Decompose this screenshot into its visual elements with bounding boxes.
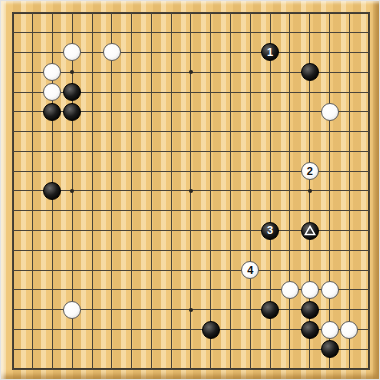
board-intersection[interactable]	[122, 62, 142, 82]
board-intersection[interactable]	[260, 161, 280, 181]
board-intersection[interactable]	[260, 62, 280, 82]
board-intersection[interactable]	[43, 43, 63, 63]
board-intersection[interactable]	[300, 359, 320, 379]
board-intersection[interactable]	[320, 260, 340, 280]
board-intersection[interactable]	[300, 142, 320, 162]
board-intersection[interactable]	[339, 142, 359, 162]
board-intersection[interactable]	[320, 320, 340, 340]
board-intersection[interactable]	[102, 3, 122, 23]
board-intersection[interactable]	[320, 300, 340, 320]
board-intersection[interactable]	[359, 23, 379, 43]
black-stone[interactable]	[261, 301, 279, 319]
board-intersection[interactable]	[43, 221, 63, 241]
board-intersection[interactable]: 2	[300, 161, 320, 181]
board-intersection[interactable]	[122, 260, 142, 280]
board-intersection[interactable]	[82, 62, 102, 82]
board-intersection[interactable]	[3, 43, 23, 63]
board-intersection[interactable]	[280, 82, 300, 102]
board-intersection[interactable]	[339, 320, 359, 340]
board-intersection[interactable]	[62, 102, 82, 122]
board-intersection[interactable]	[339, 280, 359, 300]
board-intersection[interactable]	[122, 320, 142, 340]
board-intersection[interactable]	[260, 142, 280, 162]
board-intersection[interactable]	[260, 122, 280, 142]
board-intersection[interactable]	[221, 240, 241, 260]
board-intersection[interactable]	[142, 102, 162, 122]
board-intersection[interactable]	[142, 43, 162, 63]
board-intersection[interactable]	[3, 320, 23, 340]
board-intersection[interactable]	[102, 122, 122, 142]
board-intersection[interactable]	[62, 320, 82, 340]
board-intersection[interactable]	[122, 142, 142, 162]
board-intersection[interactable]	[161, 23, 181, 43]
board-intersection[interactable]	[102, 82, 122, 102]
board-intersection[interactable]	[221, 82, 241, 102]
board-intersection[interactable]	[142, 142, 162, 162]
board-intersection[interactable]	[102, 142, 122, 162]
board-intersection[interactable]	[339, 240, 359, 260]
board-intersection[interactable]	[82, 320, 102, 340]
board-intersection[interactable]	[280, 260, 300, 280]
board-intersection[interactable]	[62, 359, 82, 379]
board-intersection[interactable]	[221, 161, 241, 181]
board-intersection[interactable]	[339, 300, 359, 320]
board-intersection[interactable]	[260, 3, 280, 23]
board-intersection[interactable]	[43, 300, 63, 320]
board-intersection[interactable]	[82, 280, 102, 300]
board-intersection[interactable]	[201, 43, 221, 63]
board-intersection[interactable]	[161, 201, 181, 221]
board-intersection[interactable]	[82, 201, 102, 221]
board-intersection[interactable]	[23, 122, 43, 142]
board-intersection[interactable]	[161, 122, 181, 142]
board-intersection[interactable]	[280, 339, 300, 359]
board-intersection[interactable]	[142, 82, 162, 102]
board-intersection[interactable]	[23, 161, 43, 181]
board-intersection[interactable]	[161, 280, 181, 300]
board-intersection[interactable]	[23, 82, 43, 102]
board-intersection[interactable]	[260, 300, 280, 320]
board-intersection[interactable]	[62, 142, 82, 162]
board-intersection[interactable]	[221, 23, 241, 43]
board-intersection[interactable]	[82, 359, 102, 379]
black-stone[interactable]	[301, 222, 319, 240]
board-intersection[interactable]	[122, 102, 142, 122]
board-intersection[interactable]	[181, 221, 201, 241]
board-intersection[interactable]	[102, 161, 122, 181]
board-intersection[interactable]	[62, 260, 82, 280]
board-intersection[interactable]	[300, 300, 320, 320]
board-intersection[interactable]	[221, 201, 241, 221]
board-intersection[interactable]	[43, 161, 63, 181]
white-stone[interactable]	[281, 281, 299, 299]
board-intersection[interactable]	[280, 122, 300, 142]
board-intersection[interactable]	[320, 43, 340, 63]
board-intersection[interactable]	[320, 82, 340, 102]
board-intersection[interactable]	[300, 122, 320, 142]
board-intersection[interactable]	[201, 260, 221, 280]
board-intersection[interactable]	[3, 102, 23, 122]
board-intersection[interactable]	[82, 43, 102, 63]
board-intersection[interactable]	[3, 201, 23, 221]
board-intersection[interactable]	[320, 181, 340, 201]
board-intersection[interactable]	[320, 201, 340, 221]
board-intersection[interactable]	[62, 240, 82, 260]
white-stone[interactable]	[301, 281, 319, 299]
white-stone[interactable]	[63, 301, 81, 319]
board-intersection[interactable]	[181, 359, 201, 379]
board-intersection[interactable]	[280, 62, 300, 82]
board-intersection[interactable]	[359, 201, 379, 221]
board-intersection[interactable]	[221, 3, 241, 23]
board-intersection[interactable]	[359, 3, 379, 23]
board-intersection[interactable]	[339, 23, 359, 43]
board-intersection[interactable]	[320, 102, 340, 122]
board-intersection[interactable]	[280, 161, 300, 181]
board-intersection[interactable]	[359, 280, 379, 300]
board-intersection[interactable]	[3, 82, 23, 102]
board-intersection[interactable]	[320, 62, 340, 82]
board-intersection[interactable]	[320, 3, 340, 23]
board-intersection[interactable]	[142, 260, 162, 280]
board-intersection[interactable]	[240, 102, 260, 122]
board-intersection[interactable]	[300, 320, 320, 340]
board-intersection[interactable]	[142, 23, 162, 43]
board-intersection[interactable]	[3, 142, 23, 162]
board-intersection[interactable]	[280, 240, 300, 260]
board-intersection[interactable]	[339, 102, 359, 122]
board-intersection[interactable]	[260, 102, 280, 122]
board-intersection[interactable]	[240, 280, 260, 300]
board-intersection[interactable]	[122, 221, 142, 241]
board-intersection[interactable]	[221, 181, 241, 201]
board-intersection[interactable]	[161, 3, 181, 23]
board-intersection[interactable]	[142, 300, 162, 320]
board-intersection[interactable]	[300, 260, 320, 280]
board-intersection[interactable]	[359, 359, 379, 379]
board-intersection[interactable]	[280, 221, 300, 241]
board-intersection[interactable]	[240, 3, 260, 23]
board-intersection[interactable]	[161, 102, 181, 122]
board-intersection[interactable]	[181, 260, 201, 280]
board-intersection[interactable]	[102, 300, 122, 320]
board-intersection[interactable]	[23, 320, 43, 340]
board-intersection[interactable]	[339, 260, 359, 280]
board-intersection[interactable]	[221, 142, 241, 162]
black-stone[interactable]	[43, 182, 61, 200]
board-intersection[interactable]	[240, 359, 260, 379]
board-intersection[interactable]	[201, 201, 221, 221]
board-intersection[interactable]	[142, 181, 162, 201]
board-intersection[interactable]	[43, 62, 63, 82]
board-intersection[interactable]	[260, 82, 280, 102]
board-intersection[interactable]	[82, 23, 102, 43]
board-intersection[interactable]	[43, 320, 63, 340]
board-intersection[interactable]	[181, 201, 201, 221]
board-intersection[interactable]	[359, 221, 379, 241]
board-intersection[interactable]	[221, 320, 241, 340]
board-intersection[interactable]	[359, 300, 379, 320]
board-intersection[interactable]	[62, 339, 82, 359]
board-intersection[interactable]	[240, 201, 260, 221]
board-intersection[interactable]	[339, 359, 359, 379]
board-intersection[interactable]	[359, 240, 379, 260]
board-intersection[interactable]	[221, 359, 241, 379]
board-intersection[interactable]	[161, 181, 181, 201]
board-intersection[interactable]	[300, 339, 320, 359]
board-intersection[interactable]	[3, 359, 23, 379]
board-intersection[interactable]	[82, 240, 102, 260]
board-intersection[interactable]	[82, 300, 102, 320]
board-intersection[interactable]	[23, 280, 43, 300]
board-intersection[interactable]	[142, 122, 162, 142]
white-stone[interactable]: 2	[301, 162, 319, 180]
board-intersection[interactable]	[161, 161, 181, 181]
board-intersection[interactable]	[339, 339, 359, 359]
black-stone[interactable]	[63, 103, 81, 121]
board-intersection[interactable]	[23, 221, 43, 241]
board-intersection[interactable]	[23, 62, 43, 82]
board-intersection[interactable]	[280, 23, 300, 43]
board-intersection[interactable]	[43, 359, 63, 379]
board-intersection[interactable]	[221, 300, 241, 320]
board-intersection[interactable]	[102, 62, 122, 82]
board-intersection[interactable]	[102, 339, 122, 359]
board-intersection[interactable]	[62, 221, 82, 241]
board-intersection[interactable]	[82, 339, 102, 359]
board-intersection[interactable]	[82, 82, 102, 102]
board-intersection[interactable]	[181, 122, 201, 142]
board-intersection[interactable]	[221, 260, 241, 280]
board-intersection[interactable]	[43, 102, 63, 122]
board-intersection[interactable]	[122, 122, 142, 142]
board-intersection[interactable]	[43, 201, 63, 221]
black-stone[interactable]	[202, 321, 220, 339]
board-intersection[interactable]	[201, 142, 221, 162]
board-intersection[interactable]	[23, 300, 43, 320]
board-intersection[interactable]	[240, 181, 260, 201]
board-intersection[interactable]	[339, 43, 359, 63]
board-intersection[interactable]	[142, 359, 162, 379]
board-intersection[interactable]	[240, 142, 260, 162]
board-intersection[interactable]	[221, 122, 241, 142]
board-intersection[interactable]	[142, 320, 162, 340]
black-stone[interactable]	[301, 321, 319, 339]
board-intersection[interactable]	[221, 43, 241, 63]
board-intersection[interactable]	[102, 221, 122, 241]
board-intersection[interactable]	[62, 201, 82, 221]
board-intersection[interactable]	[300, 43, 320, 63]
board-intersection[interactable]	[359, 260, 379, 280]
board-intersection[interactable]	[320, 221, 340, 241]
board-intersection[interactable]	[320, 359, 340, 379]
board-intersection[interactable]	[300, 102, 320, 122]
board-intersection[interactable]	[359, 320, 379, 340]
board-intersection[interactable]	[3, 23, 23, 43]
board-intersection[interactable]	[280, 300, 300, 320]
black-stone[interactable]	[321, 340, 339, 358]
board-intersection[interactable]	[43, 181, 63, 201]
board-intersection[interactable]	[82, 102, 102, 122]
board-intersection[interactable]	[260, 260, 280, 280]
board-intersection[interactable]	[43, 82, 63, 102]
white-stone[interactable]: 4	[241, 261, 259, 279]
board-intersection[interactable]: 1	[260, 43, 280, 63]
board-intersection[interactable]	[280, 3, 300, 23]
board-intersection[interactable]	[201, 320, 221, 340]
black-stone[interactable]	[301, 63, 319, 81]
board-intersection[interactable]	[181, 280, 201, 300]
black-stone[interactable]: 1	[261, 43, 279, 61]
board-intersection[interactable]	[201, 62, 221, 82]
board-intersection[interactable]	[3, 300, 23, 320]
board-intersection[interactable]	[161, 260, 181, 280]
board-intersection[interactable]	[3, 240, 23, 260]
board-intersection[interactable]	[142, 201, 162, 221]
board-intersection[interactable]	[3, 181, 23, 201]
board-intersection[interactable]	[260, 280, 280, 300]
board-intersection[interactable]	[43, 260, 63, 280]
board-intersection[interactable]	[359, 62, 379, 82]
board-intersection[interactable]	[359, 181, 379, 201]
board-intersection[interactable]	[102, 102, 122, 122]
board-intersection[interactable]	[122, 339, 142, 359]
board-intersection[interactable]	[201, 300, 221, 320]
board-intersection[interactable]	[181, 240, 201, 260]
board-intersection[interactable]	[240, 122, 260, 142]
board-intersection[interactable]	[320, 161, 340, 181]
board-intersection[interactable]	[23, 23, 43, 43]
board-intersection[interactable]	[102, 23, 122, 43]
black-stone[interactable]	[63, 83, 81, 101]
board-intersection[interactable]	[3, 3, 23, 23]
board-intersection[interactable]	[280, 280, 300, 300]
board-intersection[interactable]	[43, 142, 63, 162]
board-intersection[interactable]	[122, 240, 142, 260]
board-intersection[interactable]	[320, 122, 340, 142]
white-stone[interactable]	[103, 43, 121, 61]
board-intersection[interactable]	[300, 23, 320, 43]
board-intersection[interactable]	[240, 62, 260, 82]
board-intersection[interactable]	[300, 280, 320, 300]
board-intersection[interactable]	[181, 3, 201, 23]
board-intersection[interactable]	[280, 102, 300, 122]
board-intersection[interactable]	[142, 339, 162, 359]
board-intersection[interactable]	[122, 181, 142, 201]
board-intersection[interactable]	[221, 62, 241, 82]
board-intersection[interactable]	[280, 320, 300, 340]
board-intersection[interactable]	[339, 82, 359, 102]
board-intersection[interactable]	[142, 62, 162, 82]
board-intersection[interactable]	[3, 161, 23, 181]
board-intersection[interactable]	[62, 62, 82, 82]
board-intersection[interactable]	[23, 359, 43, 379]
board-intersection[interactable]	[122, 359, 142, 379]
board-intersection[interactable]	[102, 320, 122, 340]
board-intersection[interactable]	[161, 43, 181, 63]
board-intersection[interactable]	[3, 122, 23, 142]
white-stone[interactable]	[43, 63, 61, 81]
white-stone[interactable]	[340, 321, 358, 339]
board-intersection[interactable]	[260, 23, 280, 43]
board-intersection[interactable]	[82, 181, 102, 201]
board-intersection[interactable]	[23, 240, 43, 260]
board-intersection[interactable]	[260, 320, 280, 340]
board-intersection[interactable]	[359, 43, 379, 63]
board-intersection[interactable]	[339, 201, 359, 221]
board-intersection[interactable]	[320, 280, 340, 300]
board-intersection[interactable]	[122, 82, 142, 102]
board-intersection[interactable]	[320, 240, 340, 260]
board-intersection[interactable]	[201, 3, 221, 23]
board-intersection[interactable]	[102, 240, 122, 260]
board-intersection[interactable]	[142, 3, 162, 23]
board-intersection[interactable]	[43, 122, 63, 142]
board-intersection[interactable]	[201, 23, 221, 43]
board-intersection[interactable]	[23, 201, 43, 221]
board-intersection[interactable]	[240, 240, 260, 260]
board-intersection[interactable]	[240, 43, 260, 63]
board-intersection[interactable]	[240, 161, 260, 181]
board-intersection[interactable]	[102, 359, 122, 379]
board-intersection[interactable]	[23, 3, 43, 23]
board-intersection[interactable]	[161, 142, 181, 162]
board-intersection[interactable]	[359, 122, 379, 142]
board-intersection[interactable]	[201, 181, 221, 201]
board-intersection[interactable]	[320, 339, 340, 359]
board-intersection[interactable]	[359, 142, 379, 162]
board-intersection[interactable]	[43, 240, 63, 260]
board-intersection[interactable]	[122, 23, 142, 43]
white-stone[interactable]	[321, 321, 339, 339]
board-intersection[interactable]	[339, 62, 359, 82]
board-intersection[interactable]	[339, 181, 359, 201]
board-intersection[interactable]	[62, 3, 82, 23]
board-intersection[interactable]	[320, 142, 340, 162]
board-intersection[interactable]	[201, 161, 221, 181]
black-stone[interactable]: 3	[261, 222, 279, 240]
board-intersection[interactable]	[82, 3, 102, 23]
board-intersection[interactable]	[280, 142, 300, 162]
board-intersection[interactable]	[62, 161, 82, 181]
board-intersection[interactable]	[62, 122, 82, 142]
board-intersection[interactable]	[161, 240, 181, 260]
board-intersection[interactable]	[201, 240, 221, 260]
board-intersection[interactable]	[102, 260, 122, 280]
board-intersection[interactable]	[142, 280, 162, 300]
board-intersection[interactable]	[161, 320, 181, 340]
board-intersection[interactable]	[300, 62, 320, 82]
board-intersection[interactable]	[102, 280, 122, 300]
board-intersection[interactable]	[201, 280, 221, 300]
board-intersection[interactable]	[122, 300, 142, 320]
board-intersection[interactable]	[221, 339, 241, 359]
board-intersection[interactable]	[240, 300, 260, 320]
board-intersection[interactable]	[142, 240, 162, 260]
board-intersection[interactable]	[320, 23, 340, 43]
board-intersection[interactable]	[300, 3, 320, 23]
board-intersection[interactable]	[181, 142, 201, 162]
board-intersection[interactable]	[260, 181, 280, 201]
board-intersection[interactable]	[359, 161, 379, 181]
board-intersection[interactable]	[240, 82, 260, 102]
board-intersection[interactable]	[62, 82, 82, 102]
board-intersection[interactable]	[300, 181, 320, 201]
board-intersection[interactable]	[181, 43, 201, 63]
board-intersection[interactable]	[300, 240, 320, 260]
board-intersection[interactable]	[43, 280, 63, 300]
white-stone[interactable]	[63, 43, 81, 61]
